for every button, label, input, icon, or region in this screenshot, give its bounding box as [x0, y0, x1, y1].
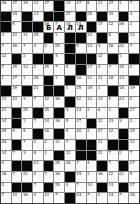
cipher-number: 1 — [87, 129, 89, 134]
puzzle-cell-r10c2[interactable]: 25 — [22, 108, 32, 118]
puzzle-cell-r9c4[interactable]: 12 — [44, 97, 54, 107]
black-cell-r11c8 — [87, 119, 97, 129]
puzzle-cell-r11c12[interactable]: 2 — [129, 119, 139, 129]
puzzle-cell-r9c5[interactable]: 16 — [54, 97, 64, 107]
puzzle-cell-r0c1[interactable]: 27 — [12, 1, 22, 11]
puzzle-cell-r18c4[interactable]: 23 — [44, 193, 54, 203]
puzzle-cell-r7c3[interactable]: 26 — [33, 76, 43, 86]
puzzle-cell-r12c8[interactable]: 1 — [87, 129, 97, 139]
puzzle-cell-r17c10[interactable]: 13 — [108, 183, 118, 193]
puzzle-cell-r16c9[interactable]: 16 — [97, 172, 107, 182]
cipher-number: 21 — [2, 108, 7, 113]
cipher-number: 2 — [130, 65, 132, 70]
puzzle-cell-r6c0[interactable]: 7 — [1, 65, 11, 75]
puzzle-cell-r4c4[interactable]: 2 — [44, 44, 54, 54]
cipher-number: 5 — [12, 22, 14, 27]
puzzle-cell-r3c3[interactable]: 25 — [33, 33, 43, 43]
puzzle-cell-r18c12[interactable]: 26 — [129, 193, 139, 203]
puzzle-cell-r0c2[interactable]: 19 — [22, 1, 32, 11]
puzzle-cell-r18c9[interactable]: 2 — [97, 193, 107, 203]
black-cell-r5c10 — [108, 54, 118, 64]
puzzle-cell-r15c6[interactable]: 26 — [65, 161, 75, 171]
cipher-number: 4 — [66, 183, 68, 188]
cipher-number: 19 — [12, 86, 17, 91]
puzzle-cell-r2c10[interactable]: 12 — [108, 22, 118, 32]
puzzle-cell-r7c10[interactable]: 18 — [108, 76, 118, 86]
puzzle-cell-r6c1[interactable]: 25 — [12, 65, 22, 75]
puzzle-cell-r13c5[interactable]: 12 — [54, 140, 64, 150]
cipher-number: 19 — [76, 172, 81, 177]
puzzle-cell-r4c11[interactable]: 22 — [119, 44, 129, 54]
black-cell-r1c0 — [1, 12, 11, 22]
puzzle-cell-r11c6[interactable]: 5 — [65, 119, 75, 129]
puzzle-cell-r10c8[interactable]: 1 — [87, 108, 97, 118]
puzzle-cell-r18c5[interactable]: 7 — [54, 193, 64, 203]
puzzle-cell-r2c9[interactable]: 17 — [97, 22, 107, 32]
puzzle-cell-r0c4[interactable]: 27 — [44, 1, 54, 11]
cipher-number: 1 — [87, 108, 89, 113]
puzzle-cell-r5c5[interactable]: 4 — [54, 54, 64, 64]
puzzle-cell-r2c5[interactable]: 7А — [54, 22, 64, 32]
puzzle-cell-r16c7[interactable]: 19 — [76, 172, 86, 182]
puzzle-cell-r8c8[interactable]: 19 — [87, 86, 97, 96]
cipher-number: 1 — [66, 86, 68, 91]
black-cell-r5c4 — [44, 54, 54, 64]
cipher-number: 3 — [98, 65, 100, 70]
black-cell-r15c1 — [12, 161, 22, 171]
cipher-number: 25 — [76, 86, 81, 91]
puzzle-cell-r18c8[interactable]: 7 — [87, 193, 97, 203]
cipher-number: 27 — [66, 12, 71, 17]
puzzle-cell-r18c11[interactable]: 7 — [119, 193, 129, 203]
puzzle-cell-r12c0[interactable]: 25 — [1, 129, 11, 139]
puzzle-cell-r4c10[interactable]: 16 — [108, 44, 118, 54]
cipher-number: 18 — [119, 86, 124, 91]
puzzle-cell-r7c2[interactable]: 1 — [22, 76, 32, 86]
puzzle-cell-r3c2[interactable]: 11 — [22, 33, 32, 43]
cipher-number: 12 — [98, 119, 103, 124]
puzzle-cell-r6c4[interactable]: 25 — [44, 65, 54, 75]
cipher-number: 16 — [98, 172, 103, 177]
black-cell-r7c4 — [44, 76, 54, 86]
puzzle-cell-r9c9[interactable]: 13 — [97, 97, 107, 107]
puzzle-cell-r7c11[interactable]: 13 — [119, 76, 129, 86]
cipher-number: 13 — [34, 12, 39, 17]
black-cell-r2c2 — [22, 22, 32, 32]
cipher-number: 12 — [130, 33, 135, 38]
puzzle-cell-r5c9[interactable]: 12 — [97, 54, 107, 64]
puzzle-cell-r12c10[interactable]: 12 — [108, 129, 118, 139]
puzzle-cell-r14c3[interactable]: 8 — [33, 151, 43, 161]
cipher-number: 26 — [130, 193, 135, 198]
cipher-number: 14 — [87, 33, 92, 38]
puzzle-cell-r0c7[interactable]: 27 — [76, 1, 86, 11]
cipher-number: 13 — [98, 97, 103, 102]
puzzle-cell-r14c0[interactable]: 14 — [1, 151, 11, 161]
puzzle-cell-r11c4[interactable]: 14 — [44, 119, 54, 129]
puzzle-cell-r11c11[interactable]: 3 — [119, 119, 129, 129]
cipher-number: 22 — [119, 44, 124, 49]
puzzle-cell-r15c8[interactable]: 4 — [87, 161, 97, 171]
puzzle-cell-r2c4[interactable]: 16Б — [44, 22, 54, 32]
black-cell-r1c11 — [119, 12, 129, 22]
puzzle-cell-r12c2[interactable]: 5 — [22, 129, 32, 139]
puzzle-cell-r2c1[interactable]: 5 — [12, 22, 22, 32]
puzzle-cell-r15c10[interactable]: 7 — [108, 161, 118, 171]
puzzle-cell-r2c11[interactable]: 26 — [119, 22, 129, 32]
black-cell-r1c7 — [76, 12, 86, 22]
puzzle-cell-r4c3[interactable]: 3 — [33, 44, 43, 54]
puzzle-cell-r11c5[interactable]: 16 — [54, 119, 64, 129]
cipher-number: 27 — [130, 108, 135, 113]
cipher-number: 15 — [119, 65, 124, 70]
puzzle-cell-r18c3[interactable]: 4 — [33, 193, 43, 203]
cipher-number: 27 — [108, 1, 113, 6]
puzzle-cell-r12c1[interactable]: 9 — [12, 129, 22, 139]
puzzle-cell-r1c8[interactable]: 25 — [87, 12, 97, 22]
black-cell-r14c7 — [76, 151, 86, 161]
puzzle-cell-r0c9[interactable]: 11 — [97, 1, 107, 11]
cipher-number: 13 — [66, 1, 71, 6]
puzzle-cell-r0c0[interactable]: 26 — [1, 1, 11, 11]
cipher-number: 7 — [130, 151, 132, 156]
puzzle-cell-r6c10[interactable]: 7 — [108, 65, 118, 75]
puzzle-cell-r7c1[interactable]: 27 — [12, 76, 22, 86]
puzzle-cell-r6c12[interactable]: 2 — [129, 65, 139, 75]
cipher-number: 11 — [98, 140, 103, 145]
puzzle-cell-r17c6[interactable]: 4 — [65, 183, 75, 193]
cipher-number: 3 — [119, 119, 121, 124]
puzzle-cell-r6c5[interactable]: 7 — [54, 65, 64, 75]
cipher-number: 7 — [108, 161, 110, 166]
puzzle-cell-r10c6[interactable]: 3 — [65, 108, 75, 118]
black-cell-r8c2 — [22, 86, 32, 96]
black-cell-r16c6 — [65, 172, 75, 182]
black-cell-r17c11 — [119, 183, 129, 193]
cipher-number: 11 — [87, 76, 92, 81]
cipher-number: 4 — [2, 161, 4, 166]
cipher-number: 21 — [34, 86, 39, 91]
puzzle-cell-r17c0[interactable]: 2 — [1, 183, 11, 193]
cipher-number: 21 — [98, 151, 103, 156]
puzzle-cell-r4c5[interactable]: 25 — [54, 44, 64, 54]
cipher-number: 17 — [87, 65, 92, 70]
puzzle-cell-r16c5[interactable]: 16 — [54, 172, 64, 182]
puzzle-cell-r3c8[interactable]: 14 — [87, 33, 97, 43]
puzzle-cell-r4c0[interactable]: 7 — [1, 44, 11, 54]
cipher-number: 7 — [34, 183, 36, 188]
cipher-number: 2 — [44, 44, 46, 49]
puzzle-cell-r14c10[interactable]: 7 — [108, 151, 118, 161]
puzzle-cell-r8c9[interactable]: 1 — [97, 86, 107, 96]
puzzle-cell-r9c0[interactable]: 11 — [1, 97, 11, 107]
cipher-number: 25 — [44, 65, 49, 70]
black-cell-r15c4 — [44, 161, 54, 171]
cipher-number: 11 — [23, 33, 28, 38]
puzzle-cell-r17c3[interactable]: 7 — [33, 183, 43, 193]
puzzle-cell-r11c3[interactable]: 7 — [33, 119, 43, 129]
puzzle-cell-r14c12[interactable]: 7 — [129, 151, 139, 161]
puzzle-cell-r16c2[interactable]: 21 — [22, 172, 32, 182]
puzzle-cell-r6c3[interactable]: 2 — [33, 65, 43, 75]
cipher-number: 5 — [66, 119, 68, 124]
puzzle-cell-r8c6[interactable]: 1 — [65, 86, 75, 96]
cipher-number: 11 — [98, 1, 103, 6]
cipher-number: 1 — [55, 76, 57, 81]
puzzle-cell-r2c7[interactable]: 14Л — [76, 22, 86, 32]
cipher-number: 27 — [12, 1, 17, 6]
puzzle-cell-r15c7[interactable]: 7 — [76, 161, 86, 171]
cipher-number: 21 — [23, 172, 28, 177]
puzzle-cell-r9c11[interactable]: 23 — [119, 97, 129, 107]
puzzle-cell-r10c10[interactable]: 1 — [108, 108, 118, 118]
black-cell-r5c8 — [87, 54, 97, 64]
puzzle-cell-r10c9[interactable]: 6 — [97, 108, 107, 118]
puzzle-cell-r9c1[interactable]: 23 — [12, 97, 22, 107]
puzzle-cell-r18c1[interactable]: 14 — [12, 193, 22, 203]
cipher-number: 23 — [12, 33, 17, 38]
puzzle-cell-r16c4[interactable]: 7 — [44, 172, 54, 182]
cipher-number: 1 — [55, 33, 57, 38]
puzzle-cell-r16c1[interactable]: 7 — [12, 172, 22, 182]
puzzle-cell-r16c10[interactable]: 12 — [108, 172, 118, 182]
puzzle-cell-r0c12[interactable]: 7 — [129, 1, 139, 11]
cipher-number: 16 — [55, 172, 60, 177]
cipher-number: 25 — [55, 44, 60, 49]
cipher-number: 7 — [66, 140, 68, 145]
cipher-number: 12 — [108, 172, 113, 177]
cipher-number: 3 — [23, 151, 25, 156]
puzzle-cell-r8c12[interactable]: 19 — [129, 86, 139, 96]
puzzle-cell-r0c6[interactable]: 13 — [65, 1, 75, 11]
puzzle-cell-r1c12[interactable]: 3 — [129, 12, 139, 22]
puzzle-cell-r13c9[interactable]: 11 — [97, 140, 107, 150]
puzzle-cell-r2c6[interactable]: 14Л — [65, 22, 75, 32]
black-cell-r1c4 — [44, 12, 54, 22]
puzzle-cell-r14c6[interactable]: 12 — [65, 151, 75, 161]
cipher-number: 25 — [130, 129, 135, 134]
puzzle-cell-r8c3[interactable]: 21 — [33, 86, 43, 96]
puzzle-cell-r2c12[interactable]: 2 — [129, 22, 139, 32]
black-cell-r13c1 — [12, 140, 22, 150]
black-cell-r14c5 — [54, 151, 64, 161]
puzzle-cell-r3c12[interactable]: 12 — [129, 33, 139, 43]
cipher-number: 2 — [98, 193, 100, 198]
puzzle-cell-r10c4[interactable]: 25 — [44, 108, 54, 118]
puzzle-cell-r11c10[interactable]: 23 — [108, 119, 118, 129]
puzzle-cell-r3c10[interactable]: 8 — [108, 33, 118, 43]
puzzle-cell-r0c3[interactable]: 12 — [33, 1, 43, 11]
puzzle-cell-r13c4[interactable]: 2 — [44, 140, 54, 150]
cipher-number: 3 — [2, 33, 4, 38]
puzzle-cell-r7c0[interactable]: 1 — [1, 76, 11, 86]
puzzle-cell-r13c6[interactable]: 7 — [65, 140, 75, 150]
black-cell-r2c3 — [33, 22, 43, 32]
puzzle-cell-r17c7[interactable]: 7 — [76, 183, 86, 193]
puzzle-cell-r16c11[interactable]: 21 — [119, 172, 129, 182]
black-cell-r1c5 — [54, 12, 64, 22]
cipher-number: 6 — [98, 108, 100, 113]
cipher-number: 2 — [2, 183, 4, 188]
black-cell-r12c5 — [54, 129, 64, 139]
puzzle-cell-r15c3[interactable]: 23 — [33, 161, 43, 171]
cipher-number: 27 — [12, 76, 17, 81]
puzzle-cell-r17c12[interactable]: 27 — [129, 183, 139, 193]
puzzle-cell-r11c0[interactable]: 14 — [1, 119, 11, 129]
puzzle-cell-r4c7[interactable]: 5 — [76, 44, 86, 54]
puzzle-cell-r14c9[interactable]: 21 — [97, 151, 107, 161]
puzzle-cell-r16c8[interactable]: 1 — [87, 172, 97, 182]
puzzle-cell-r1c1[interactable]: 19 — [12, 12, 22, 22]
puzzle-cell-r9c2[interactable]: 3 — [22, 97, 32, 107]
given-letter: Л — [76, 24, 86, 32]
puzzle-cell-r1c6[interactable]: 27 — [65, 12, 75, 22]
puzzle-cell-r16c12[interactable]: 5 — [129, 172, 139, 182]
puzzle-cell-r11c7[interactable]: 27 — [76, 119, 86, 129]
cipher-number: 12 — [34, 1, 39, 6]
puzzle-cell-r4c8[interactable]: 13 — [87, 44, 97, 54]
cipher-number: 1 — [87, 172, 89, 177]
puzzle-cell-r14c4[interactable]: 1 — [44, 151, 54, 161]
puzzle-cell-r16c3[interactable]: 4 — [33, 172, 43, 182]
puzzle-cell-r9c7[interactable]: 12 — [76, 97, 86, 107]
puzzle-cell-r11c9[interactable]: 12 — [97, 119, 107, 129]
puzzle-cell-r1c3[interactable]: 13 — [33, 12, 43, 22]
puzzle-cell-r3c5[interactable]: 1 — [54, 33, 64, 43]
puzzle-cell-r12c12[interactable]: 25 — [129, 129, 139, 139]
black-cell-r13c10 — [108, 140, 118, 150]
puzzle-cell-r6c2[interactable]: 13 — [22, 65, 32, 75]
puzzle-cell-r8c11[interactable]: 18 — [119, 86, 129, 96]
puzzle-cell-r7c9[interactable]: 11 — [97, 76, 107, 86]
puzzle-cell-r9c12[interactable]: 2 — [129, 97, 139, 107]
puzzle-cell-r0c10[interactable]: 27 — [108, 1, 118, 11]
puzzle-cell-r6c9[interactable]: 3 — [97, 65, 107, 75]
cipher-number: 19 — [12, 12, 17, 17]
cipher-number: 7 — [108, 65, 110, 70]
cipher-number: 9 — [12, 129, 14, 134]
puzzle-cell-r3c0[interactable]: 3 — [1, 33, 11, 43]
puzzle-cell-r1c10[interactable]: 19 — [108, 12, 118, 22]
black-cell-r3c7 — [76, 33, 86, 43]
cipher-number: 26 — [2, 1, 7, 6]
puzzle-cell-r5c0[interactable]: 12 — [1, 54, 11, 64]
puzzle-cell-r3c1[interactable]: 23 — [12, 33, 22, 43]
cipher-number: 25 — [12, 65, 17, 70]
puzzle-cell-r16c0[interactable]: 16 — [1, 172, 11, 182]
puzzle-cell-r9c8[interactable]: 12 — [87, 97, 97, 107]
puzzle-cell-r12c9[interactable]: 27 — [97, 129, 107, 139]
puzzle-cell-r17c8[interactable]: 14 — [87, 183, 97, 193]
black-cell-r18c6 — [65, 193, 75, 203]
black-cell-r5c3 — [33, 54, 43, 64]
puzzle-cell-r7c5[interactable]: 1 — [54, 76, 64, 86]
puzzle-cell-r8c7[interactable]: 25 — [76, 86, 86, 96]
cipher-number: 12 — [87, 97, 92, 102]
puzzle-cell-r18c2[interactable]: 16 — [22, 193, 32, 203]
puzzle-cell-r15c0[interactable]: 4 — [1, 161, 11, 171]
puzzle-cell-r7c8[interactable]: 11 — [87, 76, 97, 86]
puzzle-cell-r0c8[interactable]: 8 — [87, 1, 97, 11]
puzzle-cell-r0c11[interactable]: 1 — [119, 1, 129, 11]
puzzle-cell-r17c5[interactable]: 25 — [54, 183, 64, 193]
cipher-number: 16 — [55, 119, 60, 124]
cipher-number: 20 — [76, 129, 81, 134]
puzzle-cell-r12c6[interactable]: 5 — [65, 129, 75, 139]
puzzle-cell-r13c2[interactable]: 7 — [22, 140, 32, 150]
puzzle-cell-r10c0[interactable]: 21 — [1, 108, 11, 118]
cipher-number: 7 — [44, 172, 46, 177]
cipher-number: 25 — [23, 108, 28, 113]
cipher-number: 7 — [55, 193, 57, 198]
puzzle-cell-r9c3[interactable]: 7 — [33, 97, 43, 107]
puzzle-cell-r4c2[interactable]: 7 — [22, 44, 32, 54]
given-letter: Б — [44, 24, 54, 32]
puzzle-cell-r5c11[interactable]: 1 — [119, 54, 129, 64]
puzzle-cell-r8c1[interactable]: 19 — [12, 86, 22, 96]
cipher-number: 7 — [2, 193, 4, 198]
black-cell-r8c10 — [108, 86, 118, 96]
puzzle-cell-r14c2[interactable]: 3 — [22, 151, 32, 161]
cipher-number: 16 — [2, 172, 7, 177]
cipher-number: 27 — [130, 183, 135, 188]
puzzle-cell-r12c7[interactable]: 20 — [76, 129, 86, 139]
puzzle-cell-r7c7[interactable]: 10 — [76, 76, 86, 86]
cipher-number: 12 — [108, 129, 113, 134]
black-cell-r13c11 — [119, 140, 129, 150]
black-cell-r5c7 — [76, 54, 86, 64]
puzzle-cell-r12c4[interactable]: 16 — [44, 129, 54, 139]
cipher-number: 7 — [2, 65, 4, 70]
puzzle-cell-r10c12[interactable]: 27 — [129, 108, 139, 118]
puzzle-cell-r14c1[interactable]: 7 — [12, 151, 22, 161]
cipher-number: 8 — [108, 33, 110, 38]
puzzle-cell-r9c10[interactable]: 5 — [108, 97, 118, 107]
cipher-number: 11 — [98, 76, 103, 81]
cipher-number: 23 — [12, 97, 17, 102]
cipher-number: 7 — [12, 172, 14, 177]
cipher-number: 7 — [23, 140, 25, 145]
cipher-number: 19 — [108, 12, 113, 17]
cipher-number: 3 — [130, 12, 132, 17]
puzzle-cell-r11c2[interactable]: 1 — [22, 119, 32, 129]
puzzle-cell-r13c3[interactable]: 2 — [33, 140, 43, 150]
puzzle-cell-r4c1[interactable]: 16 — [12, 44, 22, 54]
puzzle-cell-r6c6[interactable]: 5 — [65, 65, 75, 75]
puzzle-cell-r6c8[interactable]: 17 — [87, 65, 97, 75]
puzzle-cell-r18c10[interactable]: 14 — [108, 193, 118, 203]
puzzle-cell-r13c0[interactable]: 26 — [1, 140, 11, 150]
puzzle-cell-r18c0[interactable]: 7 — [1, 193, 11, 203]
black-cell-r11c1 — [12, 119, 22, 129]
puzzle-cell-r14c11[interactable]: 2 — [119, 151, 129, 161]
puzzle-cell-r10c7[interactable]: 14 — [76, 108, 86, 118]
puzzle-cell-r4c12[interactable]: 7 — [129, 44, 139, 54]
puzzle-cell-r6c11[interactable]: 15 — [119, 65, 129, 75]
cipher-number: 4 — [55, 54, 57, 59]
puzzle-cell-r15c5[interactable]: 25 — [54, 161, 64, 171]
puzzle-cell-r5c2[interactable]: 2 — [22, 54, 32, 64]
puzzle-cell-r18c7[interactable]: 24 — [76, 193, 86, 203]
codeword-board: 26271912271327811271719132725193516Б7А14… — [0, 0, 140, 204]
cipher-number: 1 — [119, 54, 121, 59]
black-cell-r6c7 — [76, 65, 86, 75]
puzzle-cell-r13c12[interactable]: 12 — [129, 140, 139, 150]
black-cell-r8c0 — [1, 86, 11, 96]
cipher-number: 10 — [76, 76, 81, 81]
puzzle-cell-r4c9[interactable]: 3 — [97, 44, 107, 54]
puzzle-cell-r15c12[interactable]: 27 — [129, 161, 139, 171]
